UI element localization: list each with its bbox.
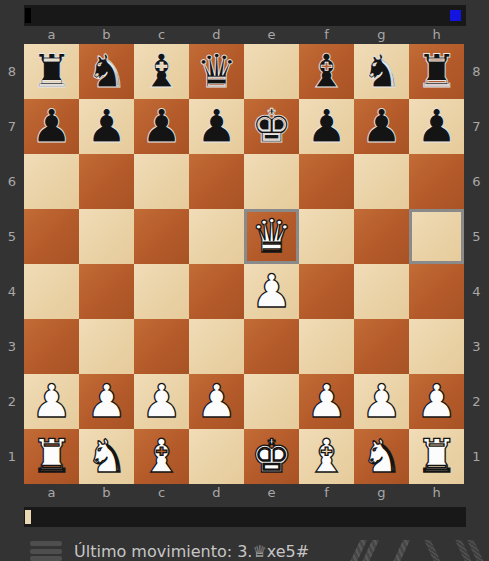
square-e8[interactable] xyxy=(244,44,299,99)
piece-white-pawn: ♟ xyxy=(416,375,457,428)
file-label-f: f xyxy=(299,26,354,44)
square-c5[interactable] xyxy=(134,209,189,264)
square-h2[interactable]: ♟ xyxy=(409,374,464,429)
piece-white-rook: ♜ xyxy=(31,430,72,483)
piece-white-knight: ♞ xyxy=(86,430,127,483)
top-progress-bar xyxy=(24,5,466,26)
fast-back-icon[interactable] xyxy=(355,539,374,561)
square-d7[interactable]: ♟ xyxy=(189,99,244,154)
piece-white-rook: ♜ xyxy=(416,430,457,483)
file-label-c: c xyxy=(134,26,189,44)
square-d5[interactable] xyxy=(189,209,244,264)
square-g2[interactable]: ♟ xyxy=(354,374,409,429)
rank-label-2: 2 xyxy=(0,374,24,429)
piece-white-pawn: ♟ xyxy=(306,375,347,428)
blue-square-marker xyxy=(450,10,461,21)
square-b7[interactable]: ♟ xyxy=(79,99,134,154)
piece-black-queen: ♛ xyxy=(196,45,237,98)
file-label-h: h xyxy=(409,484,464,502)
back-icon[interactable] xyxy=(398,539,405,561)
square-d2[interactable]: ♟ xyxy=(189,374,244,429)
piece-black-pawn: ♟ xyxy=(31,100,72,153)
rank-label-3: 3 xyxy=(0,319,24,374)
rank-label-2: 2 xyxy=(464,374,489,429)
square-g7[interactable]: ♟ xyxy=(354,99,409,154)
beige-cursor-marker xyxy=(25,510,31,524)
hamburger-line xyxy=(30,541,62,546)
piece-black-rook: ♜ xyxy=(31,45,72,98)
square-f6[interactable] xyxy=(299,154,354,209)
rank-labels-right: 87654321 xyxy=(464,44,489,484)
piece-black-bishop: ♝ xyxy=(141,45,182,98)
piece-black-king: ♚ xyxy=(251,100,292,153)
piece-black-pawn: ♟ xyxy=(361,100,402,153)
piece-white-king: ♚ xyxy=(251,430,292,483)
square-b6[interactable] xyxy=(79,154,134,209)
square-f3[interactable] xyxy=(299,319,354,374)
piece-black-rook: ♜ xyxy=(416,45,457,98)
square-c8[interactable]: ♝ xyxy=(134,44,189,99)
square-c2[interactable]: ♟ xyxy=(134,374,189,429)
file-label-d: d xyxy=(189,26,244,44)
piece-white-queen: ♛ xyxy=(251,210,292,263)
rank-label-5: 5 xyxy=(0,209,24,264)
hamburger-line xyxy=(30,556,62,561)
piece-black-pawn: ♟ xyxy=(141,100,182,153)
square-e3[interactable] xyxy=(244,319,299,374)
square-e7[interactable]: ♚ xyxy=(244,99,299,154)
last-move-status: Último movimiento: 3.♕xe5# xyxy=(74,542,309,561)
file-labels-bottom: abcdefgh xyxy=(24,484,464,502)
rank-label-6: 6 xyxy=(464,154,489,209)
rank-label-8: 8 xyxy=(464,44,489,99)
rank-label-1: 1 xyxy=(0,429,24,484)
piece-white-pawn: ♟ xyxy=(141,375,182,428)
rank-label-6: 6 xyxy=(0,154,24,209)
chess-board: ♜♞♝♛♝♞♜♟♟♟♟♚♟♟♟♛♟♟♟♟♟♟♟♟♜♞♝♚♝♞♜ xyxy=(24,44,464,484)
file-label-b: b xyxy=(79,484,134,502)
square-e6[interactable] xyxy=(244,154,299,209)
square-b8[interactable]: ♞ xyxy=(79,44,134,99)
rank-label-8: 8 xyxy=(0,44,24,99)
square-a6[interactable] xyxy=(24,154,79,209)
square-g8[interactable]: ♞ xyxy=(354,44,409,99)
file-label-h: h xyxy=(409,26,464,44)
square-c6[interactable] xyxy=(134,154,189,209)
square-c3[interactable] xyxy=(134,319,189,374)
piece-white-pawn: ♟ xyxy=(86,375,127,428)
piece-white-knight: ♞ xyxy=(361,430,402,483)
square-h7[interactable]: ♟ xyxy=(409,99,464,154)
rank-label-4: 4 xyxy=(464,264,489,319)
file-label-a: a xyxy=(24,484,79,502)
square-d4[interactable] xyxy=(189,264,244,319)
square-h1[interactable]: ♜ xyxy=(409,429,464,484)
square-g1[interactable]: ♞ xyxy=(354,429,409,484)
square-h3[interactable] xyxy=(409,319,464,374)
file-label-f: f xyxy=(299,484,354,502)
square-a1[interactable]: ♜ xyxy=(24,429,79,484)
square-d1[interactable] xyxy=(189,429,244,484)
square-a7[interactable]: ♟ xyxy=(24,99,79,154)
rank-labels-left: 87654321 xyxy=(0,44,24,484)
piece-white-bishop: ♝ xyxy=(306,430,347,483)
rank-label-7: 7 xyxy=(464,99,489,154)
piece-white-pawn: ♟ xyxy=(361,375,402,428)
square-f7[interactable]: ♟ xyxy=(299,99,354,154)
square-a5[interactable] xyxy=(24,209,79,264)
square-g4[interactable] xyxy=(354,264,409,319)
bottom-progress-bar xyxy=(24,507,466,527)
hamburger-line xyxy=(30,549,62,554)
file-label-b: b xyxy=(79,26,134,44)
square-g6[interactable] xyxy=(354,154,409,209)
piece-black-knight: ♞ xyxy=(361,45,402,98)
hamburger-icon[interactable] xyxy=(30,539,62,561)
piece-white-pawn: ♟ xyxy=(251,265,292,318)
piece-black-pawn: ♟ xyxy=(306,100,347,153)
square-e2[interactable] xyxy=(244,374,299,429)
fast-forward-icon[interactable] xyxy=(460,539,479,561)
move-navigation xyxy=(355,539,479,561)
file-label-g: g xyxy=(354,484,409,502)
square-e5[interactable]: ♛ xyxy=(244,209,299,264)
square-b4[interactable] xyxy=(79,264,134,319)
file-label-e: e xyxy=(244,26,299,44)
piece-black-knight: ♞ xyxy=(86,45,127,98)
square-c4[interactable] xyxy=(134,264,189,319)
rank-label-5: 5 xyxy=(464,209,489,264)
forward-icon[interactable] xyxy=(429,539,436,561)
file-label-a: a xyxy=(24,26,79,44)
square-f1[interactable]: ♝ xyxy=(299,429,354,484)
status-toolbar: Último movimiento: 3.♕xe5# xyxy=(0,534,489,561)
square-e1[interactable]: ♚ xyxy=(244,429,299,484)
square-h8[interactable]: ♜ xyxy=(409,44,464,99)
square-e4[interactable]: ♟ xyxy=(244,264,299,319)
square-a4[interactable] xyxy=(24,264,79,319)
rank-label-7: 7 xyxy=(0,99,24,154)
file-label-g: g xyxy=(354,26,409,44)
square-h6[interactable] xyxy=(409,154,464,209)
file-label-d: d xyxy=(189,484,244,502)
square-h4[interactable] xyxy=(409,264,464,319)
square-b1[interactable]: ♞ xyxy=(79,429,134,484)
square-a8[interactable]: ♜ xyxy=(24,44,79,99)
square-g3[interactable] xyxy=(354,319,409,374)
square-g5[interactable] xyxy=(354,209,409,264)
square-f8[interactable]: ♝ xyxy=(299,44,354,99)
file-label-e: e xyxy=(244,484,299,502)
square-b2[interactable]: ♟ xyxy=(79,374,134,429)
square-c7[interactable]: ♟ xyxy=(134,99,189,154)
square-c1[interactable]: ♝ xyxy=(134,429,189,484)
square-f2[interactable]: ♟ xyxy=(299,374,354,429)
rank-label-4: 4 xyxy=(0,264,24,319)
square-a2[interactable]: ♟ xyxy=(24,374,79,429)
square-b5[interactable] xyxy=(79,209,134,264)
square-f4[interactable] xyxy=(299,264,354,319)
square-b3[interactable] xyxy=(79,319,134,374)
piece-black-pawn: ♟ xyxy=(196,100,237,153)
square-d3[interactable] xyxy=(189,319,244,374)
piece-black-bishop: ♝ xyxy=(306,45,347,98)
rank-label-1: 1 xyxy=(464,429,489,484)
piece-white-pawn: ♟ xyxy=(196,375,237,428)
square-h5[interactable] xyxy=(409,209,464,264)
piece-black-pawn: ♟ xyxy=(416,100,457,153)
piece-white-pawn: ♟ xyxy=(31,375,72,428)
rank-label-3: 3 xyxy=(464,319,489,374)
piece-black-pawn: ♟ xyxy=(86,100,127,153)
square-d6[interactable] xyxy=(189,154,244,209)
square-a3[interactable] xyxy=(24,319,79,374)
square-d8[interactable]: ♛ xyxy=(189,44,244,99)
file-labels-top: abcdefgh xyxy=(24,26,464,44)
file-label-c: c xyxy=(134,484,189,502)
piece-white-bishop: ♝ xyxy=(141,430,182,483)
square-f5[interactable] xyxy=(299,209,354,264)
black-cursor-marker xyxy=(25,8,31,23)
